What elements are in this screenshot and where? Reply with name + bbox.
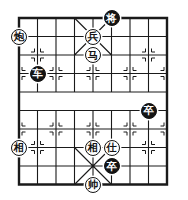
black-soldier[interactable]: 卒 [104, 158, 120, 174]
piece-layer: 将炮兵马车卒相相仕卒帅 [10, 9, 177, 194]
black-soldier[interactable]: 卒 [141, 103, 157, 119]
red-horse[interactable]: 马 [85, 47, 101, 63]
black-chariot[interactable]: 车 [30, 66, 46, 82]
red-general[interactable]: 帅 [85, 177, 101, 193]
red-elephant[interactable]: 相 [85, 140, 101, 156]
red-elephant[interactable]: 相 [11, 140, 27, 156]
xiangqi-board[interactable]: 将炮兵马车卒相相仕卒帅 [19, 18, 167, 185]
black-general[interactable]: 将 [104, 10, 120, 26]
red-cannon[interactable]: 炮 [11, 29, 27, 45]
red-soldier[interactable]: 兵 [85, 29, 101, 45]
red-advisor[interactable]: 仕 [104, 140, 120, 156]
xiangqi-diagram: 将炮兵马车卒相相仕卒帅 [0, 0, 188, 200]
